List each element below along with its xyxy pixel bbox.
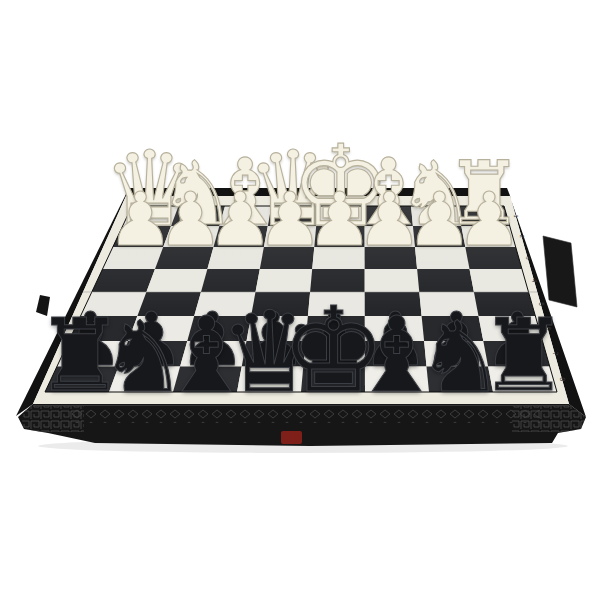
- case-far-edge: [126, 188, 510, 196]
- rank-label-7: 7: [551, 352, 559, 356]
- red-latch: [281, 431, 302, 444]
- band-greekkey-right: [512, 406, 584, 432]
- rank-label-8: 8: [558, 377, 567, 381]
- case-clasp: [543, 236, 577, 307]
- rank-label-5: 5: [538, 302, 545, 306]
- case-hinge-bump: [36, 295, 50, 316]
- band-diamond-pattern: [70, 407, 540, 423]
- rank-label-2: 2: [519, 235, 525, 238]
- rank-label-6: 6: [545, 327, 552, 331]
- chessboard: 12345678: [0, 0, 600, 600]
- rank-label-4: 4: [531, 279, 538, 283]
- band-greekkey-left: [22, 406, 84, 432]
- product-photo: 12345678 ♛♞♝♛♚♝♞♜♟♟♟♟♟♟♟♟♟♟♟♟♟♟♟♟♜♞♝♛♚♝♞…: [0, 0, 600, 600]
- board-gloss: [45, 206, 557, 392]
- rank-label-1: 1: [513, 214, 519, 217]
